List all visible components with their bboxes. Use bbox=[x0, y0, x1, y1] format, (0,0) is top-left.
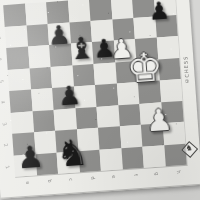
board-square-e5[interactable] bbox=[93, 62, 116, 85]
chess-piece-white-pawn-g3[interactable]: ♟ bbox=[145, 106, 174, 135]
board-square-d6[interactable]: ♝ bbox=[71, 42, 94, 65]
board-square-d8[interactable] bbox=[68, 0, 91, 22]
chess-piece-black-pawn-c4[interactable]: ♟ bbox=[57, 84, 82, 109]
chess-piece-black-pawn-a1[interactable]: ♟ bbox=[16, 143, 45, 172]
chess-piece-white-king-g5[interactable]: ♚ bbox=[125, 48, 163, 86]
board-square-f2[interactable] bbox=[119, 125, 142, 148]
board-square-g3[interactable]: ♟ bbox=[139, 102, 162, 125]
board-square-f3[interactable] bbox=[118, 103, 141, 126]
photo-frame: ♟♟♝♟♟♚♟♟♟♞ abcdefgh 87654321 ©CHESS ♞ bbox=[0, 0, 200, 200]
board-square-c3[interactable] bbox=[54, 108, 77, 131]
board-square-b8[interactable] bbox=[25, 2, 48, 25]
chess-piece-black-pawn-h7[interactable]: ♟ bbox=[148, 1, 171, 24]
board-square-f8[interactable] bbox=[110, 0, 133, 19]
board-square-b5[interactable] bbox=[29, 66, 52, 89]
board-square-g5[interactable]: ♚ bbox=[136, 59, 159, 82]
board-square-h7[interactable]: ♟ bbox=[155, 15, 178, 38]
chess-piece-black-knight-c1[interactable]: ♞ bbox=[55, 136, 89, 171]
board-square-e8[interactable] bbox=[89, 0, 112, 21]
knight-logo: ♞ bbox=[181, 141, 197, 157]
board-square-b7[interactable] bbox=[26, 24, 49, 47]
board-square-b4[interactable] bbox=[31, 88, 54, 111]
photo-scene: ♟♟♝♟♟♚♟♟♟♞ abcdefgh 87654321 ©CHESS ♞ bbox=[0, 0, 200, 200]
board-square-e4[interactable] bbox=[95, 83, 118, 106]
board-square-c1[interactable]: ♞ bbox=[57, 151, 80, 174]
board-square-b3[interactable] bbox=[32, 109, 55, 132]
board-square-a1[interactable]: ♟ bbox=[14, 154, 37, 177]
chess-board: ♟♟♝♟♟♚♟♟♟♞ abcdefgh 87654321 ©CHESS ♞ bbox=[0, 0, 200, 199]
board-square-c4[interactable]: ♟ bbox=[52, 86, 75, 109]
logo-knight-icon: ♞ bbox=[181, 143, 197, 154]
board-grid: ♟♟♝♟♟♚♟♟♟♞ bbox=[3, 0, 188, 178]
board-square-e2[interactable] bbox=[98, 126, 121, 149]
board-square-b6[interactable] bbox=[28, 45, 51, 68]
board-square-e3[interactable] bbox=[96, 105, 119, 128]
